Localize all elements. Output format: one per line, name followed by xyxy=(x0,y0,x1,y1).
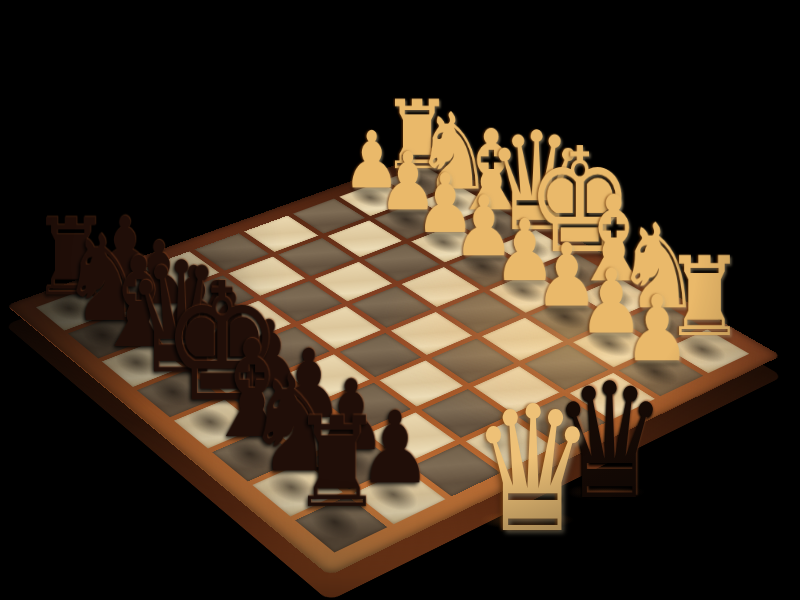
square-h8[interactable]: ♜ xyxy=(295,496,388,553)
black-rook[interactable]: ♜ xyxy=(282,401,391,526)
chess-photo-scene: ♜♞♝♛♚♝♞♜♟♟♟♟♟♟♟♟♟♟♟♟♟♟♟♟♜♞♝♛♚♝♞♜ ♛ ♛ xyxy=(0,0,800,600)
white-spare-queen[interactable]: ♛ xyxy=(471,383,596,557)
